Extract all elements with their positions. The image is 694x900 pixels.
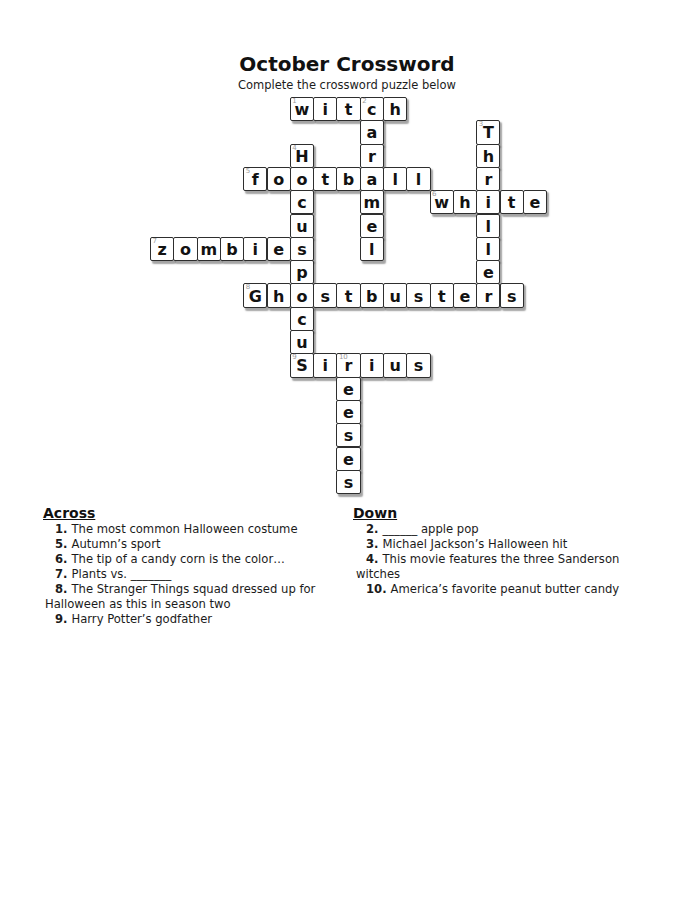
cell-letter: s	[501, 285, 523, 306]
cell-letter: o	[174, 239, 196, 260]
grid-cell-r8c14[interactable]: r	[476, 283, 500, 307]
clue-item-text: ______ apple pop	[382, 522, 478, 536]
grid-cell-r0c10[interactable]: h	[383, 97, 407, 121]
cell-letter: i	[361, 355, 383, 376]
cell-letter: t	[501, 192, 523, 213]
grid-cell-r0c9[interactable]: c2	[360, 97, 384, 121]
cell-letter: a	[361, 122, 383, 143]
grid-cell-r8c6[interactable]: o	[290, 283, 314, 307]
across-heading: Across	[43, 505, 95, 521]
clue-item-9: 9.Harry Potter’s godfather	[45, 612, 350, 627]
grid-cell-r3c5[interactable]: o	[267, 167, 291, 191]
cell-letter: u	[384, 285, 406, 306]
clue-number: 1	[292, 97, 296, 105]
cell-letter: m	[361, 192, 383, 213]
grid-cell-r8c12[interactable]: t	[430, 283, 454, 307]
grid-cell-r3c14[interactable]: r	[476, 167, 500, 191]
grid-cell-r5c6[interactable]: u	[290, 214, 314, 238]
cell-letter: e	[477, 262, 499, 283]
grid-cell-r1c14[interactable]: T3	[476, 120, 500, 144]
cell-letter: e	[268, 239, 290, 260]
cell-letter: e	[361, 216, 383, 237]
clue-number: 8	[246, 283, 250, 291]
grid-cell-r6c5[interactable]: e	[267, 237, 291, 261]
cell-letter: e	[337, 402, 359, 423]
cell-letter: u	[291, 216, 313, 237]
cell-letter: l	[361, 239, 383, 260]
clue-item-number: 5.	[55, 537, 67, 551]
cell-letter: r	[477, 169, 499, 190]
grid-cell-r3c10[interactable]: l	[383, 167, 407, 191]
cell-letter: r	[477, 285, 499, 306]
clue-item-text: Harry Potter’s godfather	[71, 612, 212, 626]
cell-letter: i	[314, 355, 336, 376]
grid-cell-r5c14[interactable]: l	[476, 214, 500, 238]
page-title: October Crossword	[0, 52, 694, 76]
grid-cell-r8c7[interactable]: s	[313, 283, 337, 307]
cell-letter: i	[477, 192, 499, 213]
cell-letter: h	[477, 146, 499, 167]
grid-cell-r9c6[interactable]: c	[290, 307, 314, 331]
clue-item-text: Michael Jackson’s Halloween hit	[382, 537, 567, 551]
grid-cell-r3c7[interactable]: t	[313, 167, 337, 191]
grid-cell-r7c14[interactable]: e	[476, 260, 500, 284]
cell-letter: s	[337, 472, 359, 493]
cell-letter: u	[384, 355, 406, 376]
cell-letter: b	[337, 169, 359, 190]
cell-letter: t	[431, 285, 453, 306]
cell-letter: e	[524, 192, 546, 213]
clue-item-number: 4.	[366, 552, 378, 566]
clue-item-number: 6.	[55, 552, 67, 566]
clue-item-number: 10.	[366, 582, 387, 596]
cell-letter: l	[477, 239, 499, 260]
grid-cell-r6c2[interactable]: m	[197, 237, 221, 261]
clue-number: 5	[246, 167, 250, 175]
clue-item-8: 8.The Stranger Things squad dressed up f…	[45, 582, 350, 612]
clue-item-text: This movie features the three Sanderson …	[356, 552, 619, 581]
cell-letter: u	[291, 332, 313, 353]
grid-cell-r1c9[interactable]: a	[360, 120, 384, 144]
clue-item-number: 7.	[55, 567, 67, 581]
clue-item-number: 3.	[366, 537, 378, 551]
clue-number: 3	[479, 120, 483, 128]
clue-item-text: Autumn’s sport	[71, 537, 160, 551]
cell-letter: s	[314, 285, 336, 306]
grid-cell-r8c10[interactable]: u	[383, 283, 407, 307]
cell-letter: s	[407, 355, 429, 376]
clue-item-number: 1.	[55, 522, 67, 536]
cell-letter: o	[268, 169, 290, 190]
grid-cell-r3c9[interactable]: a	[360, 167, 384, 191]
across-clue-list: 1.The most common Halloween costume5.Aut…	[45, 522, 350, 627]
cell-letter: t	[314, 169, 336, 190]
clue-number: 2	[362, 97, 366, 105]
grid-cell-r6c3[interactable]: b	[220, 237, 244, 261]
cell-letter: o	[291, 169, 313, 190]
grid-cell-r4c9[interactable]: m	[360, 190, 384, 214]
grid-cell-r6c6[interactable]: s	[290, 237, 314, 261]
grid-cell-r14c8[interactable]: s	[336, 423, 360, 447]
grid-cell-r6c0[interactable]: z7	[150, 237, 174, 261]
crossword-board: w1itc2haT3H4rhf5ootballrcmw6hiteuelz7omb…	[150, 97, 548, 495]
grid-cell-r6c4[interactable]: i	[243, 237, 267, 261]
clue-item-1: 1.The most common Halloween costume	[45, 522, 350, 537]
cell-letter: t	[337, 285, 359, 306]
cell-letter: a	[361, 169, 383, 190]
cell-letter: b	[361, 285, 383, 306]
grid-cell-r7c6[interactable]: p	[290, 260, 314, 284]
grid-cell-r4c12[interactable]: w6	[430, 190, 454, 214]
grid-cell-r3c4[interactable]: f5	[243, 167, 267, 191]
grid-cell-r8c15[interactable]: s	[500, 283, 524, 307]
clue-number: 4	[292, 144, 296, 152]
cell-letter: t	[337, 99, 359, 120]
grid-cell-r0c8[interactable]: t	[336, 97, 360, 121]
cell-letter: e	[454, 285, 476, 306]
cell-letter: o	[291, 285, 313, 306]
grid-cell-r4c6[interactable]: c	[290, 190, 314, 214]
cell-letter: p	[291, 262, 313, 283]
grid-cell-r13c8[interactable]: e	[336, 400, 360, 424]
cell-letter: m	[198, 239, 220, 260]
clue-item-5: 5.Autumn’s sport	[45, 537, 350, 552]
clue-item-2: 2.______ apple pop	[356, 522, 656, 537]
cell-letter: e	[337, 379, 359, 400]
clue-item-3: 3.Michael Jackson’s Halloween hit	[356, 537, 656, 552]
grid-cell-r3c6[interactable]: o	[290, 167, 314, 191]
grid-cell-r8c8[interactable]: t	[336, 283, 360, 307]
clue-item-number: 8.	[55, 582, 67, 596]
clue-item-text: The Stranger Things squad dressed up for…	[45, 582, 315, 611]
grid-cell-r15c8[interactable]: e	[336, 447, 360, 471]
clue-item-text: The tip of a candy corn is the color…	[71, 552, 284, 566]
grid-cell-r6c9[interactable]: l	[360, 237, 384, 261]
grid-cell-r6c14[interactable]: l	[476, 237, 500, 261]
grid-cell-r11c7[interactable]: i	[313, 353, 337, 377]
cell-letter: c	[291, 192, 313, 213]
clue-item-4: 4.This movie features the three Sanderso…	[356, 552, 656, 582]
grid-cell-r0c7[interactable]: i	[313, 97, 337, 121]
grid-cell-r4c13[interactable]: h	[453, 190, 477, 214]
grid-cell-r5c9[interactable]: e	[360, 214, 384, 238]
grid-cell-r10c6[interactable]: u	[290, 330, 314, 354]
cell-letter: i	[244, 239, 266, 260]
cell-letter: h	[268, 285, 290, 306]
cell-letter: s	[337, 425, 359, 446]
clue-number: 7	[153, 237, 157, 245]
grid-cell-r12c8[interactable]: e	[336, 377, 360, 401]
page-subtitle: Complete the crossword puzzle below	[0, 78, 694, 92]
cell-letter: h	[384, 99, 406, 120]
cell-letter: s	[291, 239, 313, 260]
grid-cell-r11c10[interactable]: u	[383, 353, 407, 377]
grid-cell-r2c9[interactable]: r	[360, 144, 384, 168]
grid-cell-r8c5[interactable]: h	[267, 283, 291, 307]
page: October Crossword Complete the crossword…	[0, 0, 694, 900]
grid-cell-r6c1[interactable]: o	[173, 237, 197, 261]
grid-cell-r8c11[interactable]: s	[406, 283, 430, 307]
cell-letter: s	[407, 285, 429, 306]
down-clue-list: 2.______ apple pop3.Michael Jackson’s Ha…	[356, 522, 656, 597]
grid-cell-r3c11[interactable]: l	[406, 167, 430, 191]
clue-number: 10	[339, 353, 348, 361]
clue-item-text: The most common Halloween costume	[71, 522, 297, 536]
grid-cell-r4c14[interactable]: i	[476, 190, 500, 214]
cell-letter: e	[337, 449, 359, 470]
cell-letter: c	[291, 309, 313, 330]
down-heading: Down	[353, 505, 397, 521]
clue-item-text: Plants vs. _______	[71, 567, 171, 581]
clue-item-text: America’s favorite peanut butter candy	[391, 582, 620, 596]
grid-cell-r11c6[interactable]: S9	[290, 353, 314, 377]
grid-cell-r11c9[interactable]: i	[360, 353, 384, 377]
cell-letter: h	[454, 192, 476, 213]
cell-letter: l	[407, 169, 429, 190]
grid-cell-r4c15[interactable]: t	[500, 190, 524, 214]
clue-item-10: 10.America’s favorite peanut butter cand…	[356, 582, 656, 597]
cell-letter: i	[314, 99, 336, 120]
clue-number: 6	[432, 190, 436, 198]
grid-cell-r8c4[interactable]: G8	[243, 283, 267, 307]
grid-cell-r2c6[interactable]: H4	[290, 144, 314, 168]
grid-cell-r2c14[interactable]: h	[476, 144, 500, 168]
grid-cell-r11c8[interactable]: r10	[336, 353, 360, 377]
clue-item-7: 7.Plants vs. _______	[45, 567, 350, 582]
clue-item-number: 9.	[55, 612, 67, 626]
grid-cell-r0c6[interactable]: w1	[290, 97, 314, 121]
grid-cell-r16c8[interactable]: s	[336, 470, 360, 494]
cell-letter: r	[361, 146, 383, 167]
clue-number: 9	[292, 353, 296, 361]
grid-cell-r11c11[interactable]: s	[406, 353, 430, 377]
grid-cell-r3c8[interactable]: b	[336, 167, 360, 191]
cell-letter: l	[384, 169, 406, 190]
grid-cell-r4c16[interactable]: e	[523, 190, 547, 214]
clue-item-number: 2.	[366, 522, 378, 536]
grid-cell-r8c13[interactable]: e	[453, 283, 477, 307]
cell-letter: b	[221, 239, 243, 260]
clue-item-6: 6.The tip of a candy corn is the color…	[45, 552, 350, 567]
grid-cell-r8c9[interactable]: b	[360, 283, 384, 307]
cell-letter: l	[477, 216, 499, 237]
